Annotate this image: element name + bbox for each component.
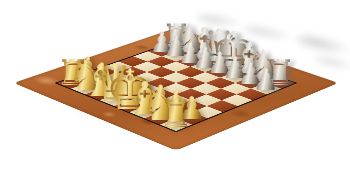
square-g4	[191, 94, 222, 106]
square-f4	[176, 89, 206, 101]
square-f5	[191, 83, 221, 94]
square-h5	[222, 94, 253, 106]
square-b1	[71, 83, 101, 94]
piece-cast-shadow	[242, 21, 296, 45]
square-g2	[160, 106, 191, 118]
square-g1	[145, 112, 176, 124]
square-g6	[221, 83, 251, 94]
square-e1	[114, 100, 145, 112]
square-e3	[146, 89, 176, 101]
square-g5	[206, 89, 236, 101]
piece-cast-shadow	[195, 10, 244, 30]
board-frame	[13, 28, 338, 151]
piece-cast-shadow	[313, 53, 350, 73]
square-h4	[207, 100, 238, 112]
square-h3	[192, 106, 223, 118]
square-d2	[115, 89, 145, 101]
square-h6	[237, 89, 267, 101]
square-e4	[161, 83, 191, 94]
square-c1	[85, 89, 115, 101]
square-f1	[129, 106, 160, 118]
square-c2	[101, 83, 131, 94]
square-h2	[176, 112, 207, 124]
product-photo: ♜♞♝♛♚♝♞♜♟♟♟♟♟♟♟♟♟♟♟♟♟♟♟♟♜♞♝♛♚♝♞♜	[0, 0, 350, 175]
chess-board	[13, 28, 338, 151]
square-d1	[100, 94, 131, 106]
square-d3	[131, 83, 161, 94]
square-e2	[130, 94, 161, 106]
square-f3	[161, 94, 192, 106]
square-g3	[176, 100, 207, 112]
square-f2	[145, 100, 176, 112]
square-h1	[160, 118, 192, 131]
square-h7	[251, 83, 281, 94]
